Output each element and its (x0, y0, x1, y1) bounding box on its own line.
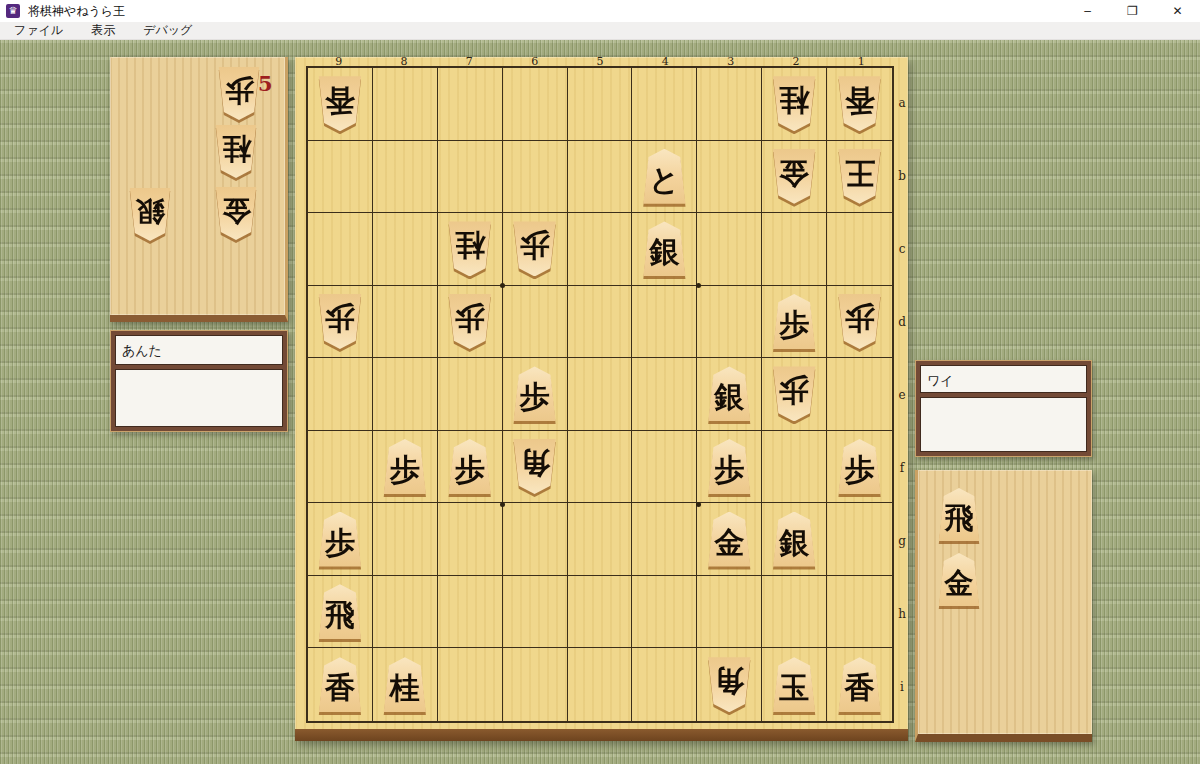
square-4g[interactable] (632, 503, 697, 576)
square-4d[interactable] (632, 286, 697, 359)
square-8e[interactable] (373, 358, 438, 431)
piece-gote-角-6f[interactable]: 角 (511, 439, 559, 494)
hand-piece-gote-銀[interactable]: 銀 (127, 188, 173, 241)
hand-piece-sente-金[interactable]: 金 (936, 553, 982, 606)
square-3i[interactable]: 角 (697, 648, 762, 721)
square-3f[interactable]: 歩 (697, 431, 762, 504)
piece-gote-王-1b[interactable]: 王 (836, 149, 884, 204)
piece-kanji: 香 (325, 85, 355, 115)
gote-name-plate: あんた (110, 330, 288, 432)
square-4f[interactable] (632, 431, 697, 504)
square-1a[interactable]: 香 (827, 68, 892, 141)
piece-kanji: と (649, 165, 680, 195)
square-8h[interactable] (373, 576, 438, 649)
square-9i[interactable]: 香 (308, 648, 373, 721)
square-5f[interactable] (568, 431, 633, 504)
piece-sente-と-4b[interactable]: と (640, 149, 688, 204)
board-grid: 香桂香と金王桂歩銀歩歩歩歩歩銀歩歩歩角歩歩歩金銀飛香桂角玉香 (306, 66, 894, 723)
sente-komadai: 飛金 (915, 470, 1092, 742)
sente-player-name: ワイ (920, 365, 1087, 393)
square-1c[interactable] (827, 213, 892, 286)
square-2d[interactable]: 歩 (762, 286, 827, 359)
piece-kanji: 銀 (714, 382, 744, 412)
square-9g[interactable]: 歩 (308, 503, 373, 576)
square-6c[interactable]: 歩 (503, 213, 568, 286)
app-crown-icon: ♛ (6, 4, 20, 18)
minimize-button[interactable]: – (1065, 0, 1110, 22)
square-9h[interactable]: 飛 (308, 576, 373, 649)
rank-label-a: a (896, 96, 908, 110)
square-4i[interactable] (632, 648, 697, 721)
square-4b[interactable]: と (632, 141, 697, 214)
piece-kanji: 角 (714, 666, 744, 696)
gote-komadai: 歩5桂金銀 (110, 57, 288, 322)
square-7h[interactable] (438, 576, 503, 649)
piece-kanji: 歩 (325, 303, 355, 333)
square-6f[interactable]: 角 (503, 431, 568, 504)
square-1b[interactable]: 王 (827, 141, 892, 214)
square-9d[interactable]: 歩 (308, 286, 373, 359)
rank-label-e: e (896, 388, 908, 402)
square-9c[interactable] (308, 213, 373, 286)
rank-label-h: h (896, 607, 908, 621)
piece-sente-歩-1f[interactable]: 歩 (836, 439, 884, 494)
piece-kanji: 桂 (390, 673, 420, 703)
menu-debug[interactable]: デバッグ (129, 22, 206, 39)
square-7c[interactable]: 桂 (438, 213, 503, 286)
piece-kanji: 金 (714, 528, 744, 558)
hand-piece-gote-桂[interactable]: 桂 (213, 125, 259, 178)
piece-sente-歩-2d[interactable]: 歩 (770, 294, 818, 349)
gote-player-name: あんた (115, 335, 283, 365)
square-3c[interactable] (697, 213, 762, 286)
board-base-edge (295, 729, 908, 741)
piece-gote-歩-7d[interactable]: 歩 (446, 294, 494, 349)
piece-sente-銀-3e[interactable]: 銀 (705, 366, 753, 421)
piece-sente-銀-4c[interactable]: 銀 (640, 221, 688, 276)
square-6h[interactable] (503, 576, 568, 649)
hand-piece-sente-飛[interactable]: 飛 (936, 488, 982, 541)
square-5b[interactable] (568, 141, 633, 214)
shogi-board: 987654321 香桂香と金王桂歩銀歩歩歩歩歩銀歩歩歩角歩歩歩金銀飛香桂角玉香… (295, 57, 908, 741)
hand-piece-gote-金[interactable]: 金 (213, 187, 259, 240)
piece-sente-歩-7f[interactable]: 歩 (446, 439, 494, 494)
piece-gote-歩-6c[interactable]: 歩 (511, 221, 559, 276)
file-label-3: 3 (698, 57, 763, 66)
piece-kanji: 香 (845, 673, 875, 703)
square-7a[interactable] (438, 68, 503, 141)
rank-label-f: f (896, 461, 908, 475)
piece-kanji: 歩 (225, 76, 254, 105)
piece-kanji: 桂 (455, 230, 485, 260)
piece-kanji: 金 (222, 196, 251, 225)
piece-gote-角-3i[interactable]: 角 (705, 657, 753, 712)
square-3h[interactable] (697, 576, 762, 649)
square-8d[interactable] (373, 286, 438, 359)
piece-kanji: 歩 (455, 303, 485, 333)
square-2f[interactable] (762, 431, 827, 504)
restore-button[interactable]: ❐ (1110, 0, 1155, 22)
piece-sente-銀-2g[interactable]: 銀 (770, 512, 818, 567)
square-9f[interactable] (308, 431, 373, 504)
piece-kanji: 飛 (325, 600, 355, 630)
square-8f[interactable]: 歩 (373, 431, 438, 504)
menu-view[interactable]: 表示 (77, 22, 129, 39)
square-6i[interactable] (503, 648, 568, 721)
square-3g[interactable]: 金 (697, 503, 762, 576)
piece-gote-桂-2a[interactable]: 桂 (770, 76, 818, 131)
square-7g[interactable] (438, 503, 503, 576)
square-1d[interactable]: 歩 (827, 286, 892, 359)
piece-kanji: 歩 (390, 455, 420, 485)
star-point (500, 283, 505, 288)
square-2e[interactable]: 歩 (762, 358, 827, 431)
piece-sente-歩-3f[interactable]: 歩 (705, 439, 753, 494)
square-7e[interactable] (438, 358, 503, 431)
piece-kanji: 飛 (945, 504, 974, 533)
menubar: ファイル 表示 デバッグ (0, 22, 1200, 40)
piece-kanji: 歩 (455, 455, 485, 485)
square-5d[interactable] (568, 286, 633, 359)
square-8a[interactable] (373, 68, 438, 141)
square-6a[interactable] (503, 68, 568, 141)
square-5g[interactable] (568, 503, 633, 576)
piece-gote-香-1a[interactable]: 香 (836, 76, 884, 131)
square-5a[interactable] (568, 68, 633, 141)
square-8b[interactable] (373, 141, 438, 214)
piece-kanji: 銀 (649, 237, 679, 267)
hand-count: 5 (258, 71, 273, 96)
file-label-6: 6 (502, 57, 567, 66)
piece-sente-飛-9h[interactable]: 飛 (316, 584, 364, 639)
square-3b[interactable] (697, 141, 762, 214)
square-2i[interactable]: 玉 (762, 648, 827, 721)
square-3a[interactable] (697, 68, 762, 141)
piece-gote-金-2b[interactable]: 金 (770, 149, 818, 204)
piece-kanji: 香 (845, 85, 875, 115)
sente-message-area (920, 397, 1087, 452)
piece-kanji: 王 (845, 158, 875, 188)
square-5e[interactable] (568, 358, 633, 431)
piece-sente-歩-6e[interactable]: 歩 (511, 366, 559, 421)
piece-kanji: 歩 (779, 375, 809, 405)
square-3d[interactable] (697, 286, 762, 359)
piece-kanji: 銀 (136, 197, 165, 226)
piece-sente-桂-8i[interactable]: 桂 (381, 657, 429, 712)
piece-kanji: 玉 (779, 673, 809, 703)
square-2g[interactable]: 銀 (762, 503, 827, 576)
square-8g[interactable] (373, 503, 438, 576)
square-2h[interactable] (762, 576, 827, 649)
square-6d[interactable] (503, 286, 568, 359)
rank-label-g: g (896, 534, 908, 548)
piece-gote-桂-7c[interactable]: 桂 (446, 221, 494, 276)
piece-sente-香-9i[interactable]: 香 (316, 657, 364, 712)
square-6g[interactable] (503, 503, 568, 576)
star-point (500, 502, 505, 507)
star-point (696, 502, 701, 507)
square-7i[interactable] (438, 648, 503, 721)
piece-gote-香-9a[interactable]: 香 (316, 76, 364, 131)
piece-gote-歩-2e[interactable]: 歩 (770, 366, 818, 421)
piece-kanji: 歩 (845, 455, 875, 485)
hand-piece-gote-歩[interactable]: 歩 (216, 67, 262, 120)
square-3e[interactable]: 銀 (697, 358, 762, 431)
piece-kanji: 桂 (779, 85, 809, 115)
square-1e[interactable] (827, 358, 892, 431)
file-label-8: 8 (371, 57, 436, 66)
piece-kanji: 香 (325, 673, 355, 703)
square-1g[interactable] (827, 503, 892, 576)
square-2c[interactable] (762, 213, 827, 286)
piece-gote-歩-9d[interactable]: 歩 (316, 294, 364, 349)
square-4h[interactable] (632, 576, 697, 649)
rank-labels: abcdefghi (896, 66, 908, 723)
rank-label-i: i (896, 680, 908, 694)
square-9e[interactable] (308, 358, 373, 431)
piece-sente-香-1i[interactable]: 香 (836, 657, 884, 712)
piece-sente-玉-2i[interactable]: 玉 (770, 657, 818, 712)
square-4e[interactable] (632, 358, 697, 431)
square-1i[interactable]: 香 (827, 648, 892, 721)
piece-gote-歩-1d[interactable]: 歩 (836, 294, 884, 349)
sente-name-plate: ワイ (915, 360, 1092, 457)
piece-kanji: 歩 (845, 303, 875, 333)
square-2a[interactable]: 桂 (762, 68, 827, 141)
square-5i[interactable] (568, 648, 633, 721)
close-button[interactable]: ✕ (1155, 0, 1200, 22)
piece-sente-歩-9g[interactable]: 歩 (316, 512, 364, 567)
square-1f[interactable]: 歩 (827, 431, 892, 504)
rank-label-d: d (896, 315, 908, 329)
square-5h[interactable] (568, 576, 633, 649)
piece-kanji: 金 (779, 158, 809, 188)
star-point (696, 283, 701, 288)
tatami-background: 歩5桂金銀 あんた 987654321 香桂香と金王桂歩銀歩歩歩歩歩銀歩歩歩角歩… (0, 40, 1200, 764)
square-9a[interactable]: 香 (308, 68, 373, 141)
square-9b[interactable] (308, 141, 373, 214)
piece-kanji: 角 (520, 448, 550, 478)
square-6e[interactable]: 歩 (503, 358, 568, 431)
piece-kanji: 歩 (520, 382, 550, 412)
square-2b[interactable]: 金 (762, 141, 827, 214)
titlebar: ♛ 将棋神やねうら王 – ❐ ✕ (0, 0, 1200, 22)
square-6b[interactable] (503, 141, 568, 214)
window-title: 将棋神やねうら王 (28, 3, 125, 20)
piece-kanji: 歩 (779, 310, 809, 340)
piece-kanji: 歩 (520, 230, 550, 260)
square-8i[interactable]: 桂 (373, 648, 438, 721)
piece-kanji: 歩 (714, 455, 744, 485)
piece-sente-歩-8f[interactable]: 歩 (381, 439, 429, 494)
piece-kanji: 銀 (779, 528, 809, 558)
square-7d[interactable]: 歩 (438, 286, 503, 359)
square-8c[interactable] (373, 213, 438, 286)
piece-kanji: 桂 (222, 134, 251, 163)
square-4a[interactable] (632, 68, 697, 141)
piece-kanji: 金 (945, 569, 974, 598)
file-label-1: 1 (829, 57, 894, 66)
file-label-9: 9 (306, 57, 371, 66)
file-labels: 987654321 (306, 57, 894, 66)
rank-label-b: b (896, 169, 908, 183)
square-1h[interactable] (827, 576, 892, 649)
gote-message-area (115, 369, 283, 427)
square-5c[interactable] (568, 213, 633, 286)
square-7b[interactable] (438, 141, 503, 214)
file-label-4: 4 (633, 57, 698, 66)
piece-sente-金-3g[interactable]: 金 (705, 512, 753, 567)
square-7f[interactable]: 歩 (438, 431, 503, 504)
square-4c[interactable]: 銀 (632, 213, 697, 286)
rank-label-c: c (896, 242, 908, 256)
file-label-5: 5 (567, 57, 632, 66)
file-label-2: 2 (763, 57, 828, 66)
menu-file[interactable]: ファイル (0, 22, 77, 39)
file-label-7: 7 (437, 57, 502, 66)
piece-kanji: 歩 (325, 528, 355, 558)
